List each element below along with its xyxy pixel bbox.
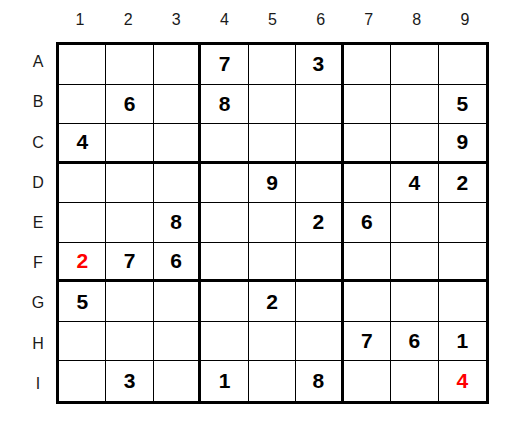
cell-C2[interactable] — [106, 124, 153, 164]
cell-H2[interactable] — [106, 322, 153, 362]
cell-B5[interactable] — [249, 85, 296, 125]
cell-A7[interactable] — [344, 45, 391, 85]
row-labels: ABCDEFGHI — [0, 42, 56, 404]
row-label-G: G — [0, 283, 56, 323]
cell-B2[interactable]: 6 — [106, 85, 153, 125]
column-label-1: 1 — [56, 0, 104, 40]
cell-D8[interactable]: 4 — [391, 164, 438, 204]
cell-C9[interactable]: 9 — [439, 124, 486, 164]
cell-H5[interactable] — [249, 322, 296, 362]
cell-C5[interactable] — [249, 124, 296, 164]
cell-F9[interactable] — [439, 243, 486, 283]
cell-E2[interactable] — [106, 203, 153, 243]
cell-G6[interactable] — [296, 282, 343, 322]
cell-D2[interactable] — [106, 164, 153, 204]
cell-G3[interactable] — [154, 282, 201, 322]
cell-D9[interactable]: 2 — [439, 164, 486, 204]
cell-F5[interactable] — [249, 243, 296, 283]
cell-A9[interactable] — [439, 45, 486, 85]
cell-G2[interactable] — [106, 282, 153, 322]
column-label-2: 2 — [104, 0, 152, 40]
cell-G5[interactable]: 2 — [249, 282, 296, 322]
cell-E3[interactable]: 8 — [154, 203, 201, 243]
cell-B8[interactable] — [391, 85, 438, 125]
row-label-I: I — [0, 364, 56, 404]
column-label-6: 6 — [297, 0, 345, 40]
cell-B6[interactable] — [296, 85, 343, 125]
cell-D3[interactable] — [154, 164, 201, 204]
cell-C7[interactable] — [344, 124, 391, 164]
cell-B1[interactable] — [59, 85, 106, 125]
sudoku-diagram: 123456789 ABCDEFGHI 73685499428262765276… — [0, 0, 515, 432]
cell-I8[interactable] — [391, 361, 438, 401]
cell-H8[interactable]: 6 — [391, 322, 438, 362]
column-label-4: 4 — [200, 0, 248, 40]
cell-H4[interactable] — [201, 322, 248, 362]
cell-E7[interactable]: 6 — [344, 203, 391, 243]
cell-A3[interactable] — [154, 45, 201, 85]
row-label-D: D — [0, 163, 56, 203]
cell-G8[interactable] — [391, 282, 438, 322]
cell-E6[interactable]: 2 — [296, 203, 343, 243]
cell-A5[interactable] — [249, 45, 296, 85]
cell-I4[interactable]: 1 — [201, 361, 248, 401]
cell-F1[interactable]: 2 — [59, 243, 106, 283]
column-label-7: 7 — [345, 0, 393, 40]
cell-H1[interactable] — [59, 322, 106, 362]
cell-B4[interactable]: 8 — [201, 85, 248, 125]
cell-A1[interactable] — [59, 45, 106, 85]
cell-A6[interactable]: 3 — [296, 45, 343, 85]
cell-I6[interactable]: 8 — [296, 361, 343, 401]
cell-F4[interactable] — [201, 243, 248, 283]
cell-G9[interactable] — [439, 282, 486, 322]
column-labels: 123456789 — [56, 0, 489, 40]
cell-A8[interactable] — [391, 45, 438, 85]
cell-B9[interactable]: 5 — [439, 85, 486, 125]
cell-H6[interactable] — [296, 322, 343, 362]
row-label-A: A — [0, 42, 56, 82]
cell-F7[interactable] — [344, 243, 391, 283]
cell-D1[interactable] — [59, 164, 106, 204]
cell-C1[interactable]: 4 — [59, 124, 106, 164]
cell-C8[interactable] — [391, 124, 438, 164]
cell-I2[interactable]: 3 — [106, 361, 153, 401]
cell-E4[interactable] — [201, 203, 248, 243]
cell-I7[interactable] — [344, 361, 391, 401]
cell-B7[interactable] — [344, 85, 391, 125]
cell-I9[interactable]: 4 — [439, 361, 486, 401]
row-label-B: B — [0, 82, 56, 122]
cell-F3[interactable]: 6 — [154, 243, 201, 283]
row-label-H: H — [0, 324, 56, 364]
cell-G7[interactable] — [344, 282, 391, 322]
row-label-C: C — [0, 122, 56, 162]
column-label-5: 5 — [248, 0, 296, 40]
cell-C6[interactable] — [296, 124, 343, 164]
column-label-3: 3 — [152, 0, 200, 40]
cell-I1[interactable] — [59, 361, 106, 401]
cell-A2[interactable] — [106, 45, 153, 85]
cell-D5[interactable]: 9 — [249, 164, 296, 204]
cell-B3[interactable] — [154, 85, 201, 125]
cell-F8[interactable] — [391, 243, 438, 283]
cell-D4[interactable] — [201, 164, 248, 204]
cell-H7[interactable]: 7 — [344, 322, 391, 362]
cell-H9[interactable]: 1 — [439, 322, 486, 362]
sudoku-board: 7368549942826276527613184 — [56, 42, 489, 404]
cell-G4[interactable] — [201, 282, 248, 322]
cell-I3[interactable] — [154, 361, 201, 401]
cell-D6[interactable] — [296, 164, 343, 204]
cell-H3[interactable] — [154, 322, 201, 362]
row-label-F: F — [0, 243, 56, 283]
cell-A4[interactable]: 7 — [201, 45, 248, 85]
cell-E8[interactable] — [391, 203, 438, 243]
cell-C4[interactable] — [201, 124, 248, 164]
cell-G1[interactable]: 5 — [59, 282, 106, 322]
cell-E9[interactable] — [439, 203, 486, 243]
cell-E1[interactable] — [59, 203, 106, 243]
column-label-8: 8 — [393, 0, 441, 40]
cell-I5[interactable] — [249, 361, 296, 401]
cell-D7[interactable] — [344, 164, 391, 204]
column-label-9: 9 — [441, 0, 489, 40]
cell-F2[interactable]: 7 — [106, 243, 153, 283]
cell-E5[interactable] — [249, 203, 296, 243]
cell-F6[interactable] — [296, 243, 343, 283]
cell-C3[interactable] — [154, 124, 201, 164]
row-label-E: E — [0, 203, 56, 243]
